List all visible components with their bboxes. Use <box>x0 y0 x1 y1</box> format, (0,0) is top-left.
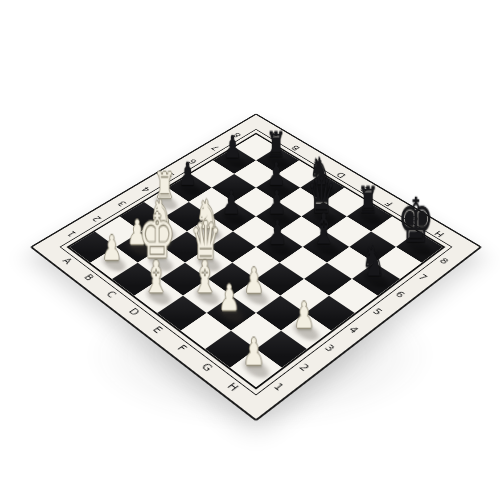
black-king-icon: ♚ <box>382 191 450 249</box>
file-label-bottom-b: B <box>82 273 96 282</box>
rank-label-left-2: 2 <box>91 214 104 222</box>
file-label-bottom-f: F <box>176 343 189 353</box>
file-label-bottom-a: A <box>61 256 75 265</box>
rank-label-right-4: 4 <box>347 325 360 335</box>
rank-label-right-5: 5 <box>371 307 384 317</box>
white-pawn-icon: ♟ <box>267 299 340 333</box>
file-label-bottom-e: E <box>151 325 165 335</box>
file-label-bottom-d: D <box>127 306 142 316</box>
product-photo-chess-set: ♚♜♞♞♛♝♟♜♟♟♟♟♟♟♟♟♞♛♝♟♜♞♚♝♟♟ A8A8B7B7C6C6D… <box>0 0 500 500</box>
white-bishop-icon: ♝ <box>120 256 191 298</box>
rank-label-right-3: 3 <box>323 343 337 353</box>
file-label-bottom-g: G <box>200 362 215 373</box>
white-pawn-icon: ♟ <box>216 335 291 370</box>
rank-label-right-7: 7 <box>416 273 429 282</box>
file-label-bottom-h: H <box>226 381 241 392</box>
rank-label-right-1: 1 <box>272 381 286 392</box>
file-label-bottom-c: C <box>105 289 119 299</box>
rank-label-right-6: 6 <box>394 290 407 299</box>
rank-label-right-8: 8 <box>438 256 451 265</box>
rank-label-right-2: 2 <box>298 362 312 372</box>
black-knight-icon: ♞ <box>338 242 408 281</box>
white-pawn-icon: ♟ <box>193 281 265 314</box>
